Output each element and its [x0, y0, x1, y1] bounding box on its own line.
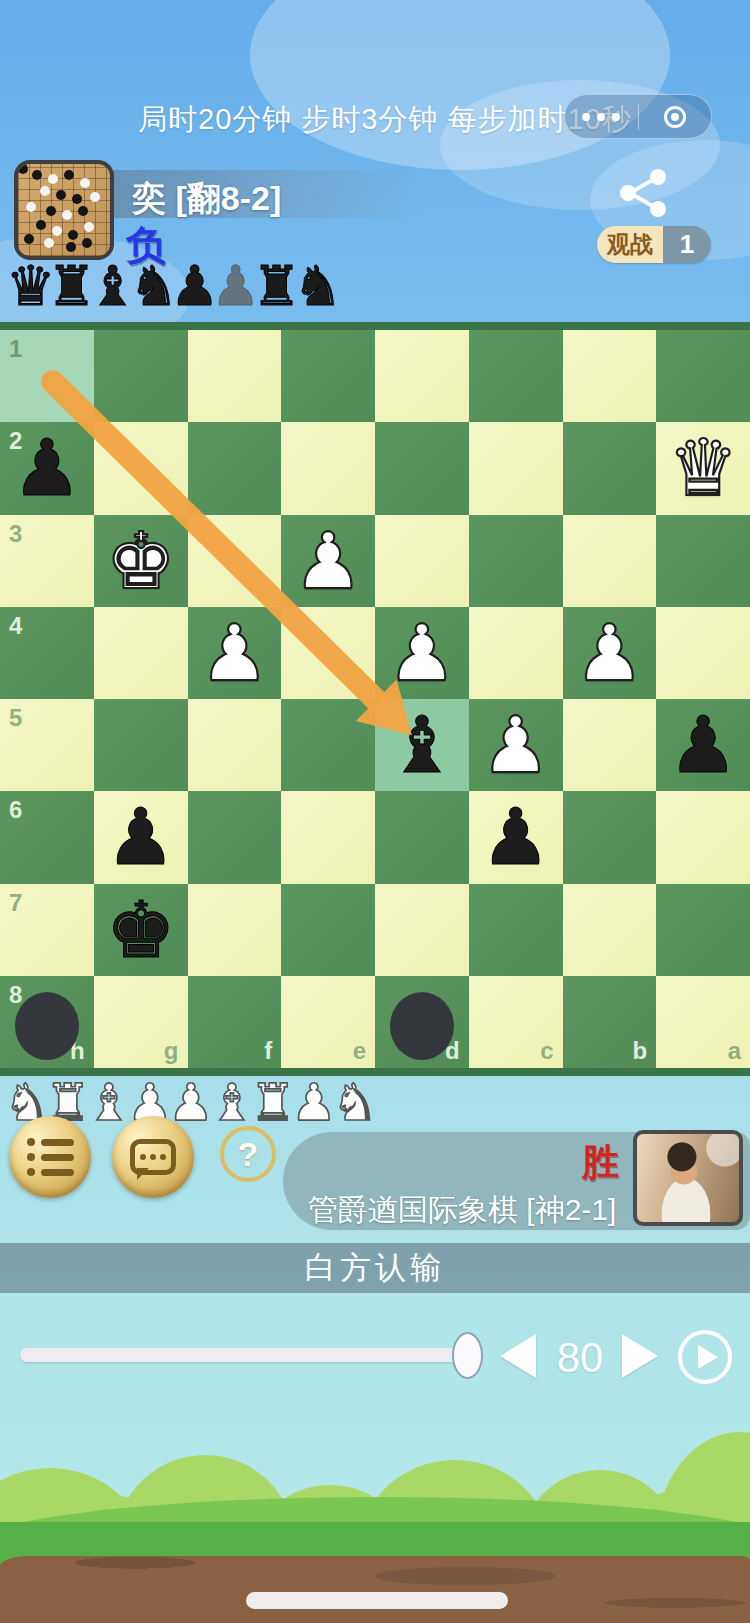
square-h2[interactable]: 2♟ [0, 422, 94, 514]
square-a6[interactable] [656, 791, 750, 883]
square-d3[interactable] [375, 515, 469, 607]
autoplay-button[interactable] [678, 1330, 732, 1384]
square-g3[interactable]: ♚ [94, 515, 188, 607]
square-a8[interactable]: a [656, 976, 750, 1068]
square-f8[interactable]: f [188, 976, 282, 1068]
square-e2[interactable] [281, 422, 375, 514]
time-control-text: 局时20分钟 步时3分钟 每步加时10秒 [138, 100, 632, 140]
file-label-e: e [353, 1037, 366, 1065]
square-a7[interactable] [656, 884, 750, 976]
rank-label-3: 3 [9, 520, 22, 548]
ground [0, 1556, 750, 1623]
piece-wk-g3[interactable]: ♚ [94, 515, 188, 607]
square-a5[interactable]: ♟ [656, 699, 750, 791]
captured-piece-p-faded: ♟ [211, 259, 252, 314]
move-slider-track[interactable] [20, 1348, 464, 1362]
captured-piece-q: ♛ [6, 259, 47, 314]
move-slider-handle[interactable] [452, 1332, 483, 1379]
square-e4[interactable] [281, 607, 375, 699]
game-result-banner: 白方认输 [0, 1243, 750, 1293]
square-a3[interactable] [656, 515, 750, 607]
file-label-f: f [264, 1037, 272, 1065]
captured-piece-n: ♞ [332, 1077, 373, 1128]
bottom-player-avatar[interactable] [633, 1130, 743, 1226]
piece-bp-h2[interactable]: ♟ [0, 422, 94, 514]
piece-bp-a5[interactable]: ♟ [656, 699, 750, 791]
square-b1[interactable] [563, 330, 657, 422]
square-b7[interactable] [563, 884, 657, 976]
square-c4[interactable] [469, 607, 563, 699]
square-d7[interactable] [375, 884, 469, 976]
square-b4[interactable]: ♟ [563, 607, 657, 699]
square-b2[interactable] [563, 422, 657, 514]
piece-wp-f4[interactable]: ♟ [188, 607, 282, 699]
square-f2[interactable] [188, 422, 282, 514]
square-c6[interactable]: ♟ [469, 791, 563, 883]
captured-piece-p: ♟ [168, 1077, 209, 1128]
facedown-piece-d8[interactable] [390, 992, 454, 1060]
previous-move-button[interactable] [500, 1334, 536, 1378]
square-b3[interactable] [563, 515, 657, 607]
bottom-player-result-badge: 胜 [582, 1138, 619, 1188]
square-e1[interactable] [281, 330, 375, 422]
top-player-avatar[interactable] [14, 160, 114, 260]
square-g2[interactable] [94, 422, 188, 514]
square-a1[interactable] [656, 330, 750, 422]
piece-bp-c6[interactable]: ♟ [469, 791, 563, 883]
play-icon [698, 1345, 718, 1369]
captured-piece-b: ♝ [88, 259, 129, 314]
captured-piece-p: ♟ [291, 1077, 332, 1128]
wechat-capsule [564, 94, 712, 139]
square-h3[interactable]: 3 [0, 515, 94, 607]
square-e7[interactable] [281, 884, 375, 976]
captured-black-pieces-tray: ♛♜♝♞♟♟♜♞ [6, 258, 334, 314]
spectate-label: 观战 [597, 226, 663, 263]
chat-bubble-icon [130, 1139, 176, 1175]
rank-label-5: 5 [9, 704, 22, 732]
file-label-a: a [728, 1037, 741, 1065]
piece-bp-g6[interactable]: ♟ [94, 791, 188, 883]
minimize-target-icon[interactable] [639, 106, 712, 128]
square-c2[interactable] [469, 422, 563, 514]
piece-bk-g7[interactable]: ♚ [94, 884, 188, 976]
square-h4[interactable]: 4 [0, 607, 94, 699]
square-f3[interactable] [188, 515, 282, 607]
captured-piece-n: ♞ [129, 259, 170, 314]
square-f6[interactable] [188, 791, 282, 883]
square-d6[interactable] [375, 791, 469, 883]
bottom-player-name: 管爵遒国际象棋 [神2-1] [308, 1190, 616, 1231]
square-e8[interactable]: e [281, 976, 375, 1068]
file-label-g: g [164, 1037, 179, 1065]
square-h5[interactable]: 5 [0, 699, 94, 791]
square-d2[interactable] [375, 422, 469, 514]
square-h6[interactable]: 6 [0, 791, 94, 883]
square-g5[interactable] [94, 699, 188, 791]
rank-label-7: 7 [9, 889, 22, 917]
captured-piece-p: ♟ [170, 259, 211, 314]
piece-wp-e3[interactable]: ♟ [281, 515, 375, 607]
square-d4[interactable]: ♟ [375, 607, 469, 699]
more-dots-icon[interactable] [565, 113, 638, 121]
square-g7[interactable]: ♚ [94, 884, 188, 976]
captured-piece-n: ♞ [293, 259, 334, 314]
square-d8[interactable]: d [375, 976, 469, 1068]
square-b6[interactable] [563, 791, 657, 883]
help-button[interactable]: ? [220, 1126, 276, 1182]
captured-piece-b: ♝ [209, 1077, 250, 1128]
square-a4[interactable] [656, 607, 750, 699]
square-c7[interactable] [469, 884, 563, 976]
rank-label-4: 4 [9, 612, 22, 640]
square-d5[interactable]: ♝ [375, 699, 469, 791]
facedown-piece-h8[interactable] [15, 992, 79, 1060]
piece-wp-c5[interactable]: ♟ [469, 699, 563, 791]
spectate-pill[interactable]: 观战 1 [597, 226, 711, 263]
square-c3[interactable] [469, 515, 563, 607]
rank-label-1: 1 [9, 335, 22, 363]
captured-piece-r: ♜ [47, 259, 88, 314]
spectate-count: 1 [663, 226, 711, 263]
square-g4[interactable] [94, 607, 188, 699]
piece-bb-d5[interactable]: ♝ [375, 699, 469, 791]
home-indicator [246, 1592, 508, 1609]
file-label-c: c [540, 1037, 553, 1065]
square-f7[interactable] [188, 884, 282, 976]
piece-wq-a2[interactable]: ♛ [656, 422, 750, 514]
captured-piece-r: ♜ [250, 1077, 291, 1128]
square-h7[interactable]: 7 [0, 884, 94, 976]
square-e6[interactable] [281, 791, 375, 883]
next-move-button[interactable] [622, 1334, 658, 1378]
square-g8[interactable]: g [94, 976, 188, 1068]
chess-board[interactable]: 12♟♛3♚♟4♟♟♟5♝♟♟6♟♟7♚8hgfedcba [0, 330, 750, 1068]
chess-board-frame: 12♟♛3♚♟4♟♟♟5♝♟♟6♟♟7♚8hgfedcba [0, 322, 750, 1076]
square-f1[interactable] [188, 330, 282, 422]
square-a2[interactable]: ♛ [656, 422, 750, 514]
square-c1[interactable] [469, 330, 563, 422]
square-f4[interactable]: ♟ [188, 607, 282, 699]
square-e3[interactable]: ♟ [281, 515, 375, 607]
file-label-b: b [633, 1037, 648, 1065]
menu-button[interactable] [9, 1116, 91, 1198]
top-player-name: 奕 [翻8-2] [132, 176, 281, 222]
captured-piece-b: ♝ [86, 1077, 127, 1128]
captured-piece-r: ♜ [252, 259, 293, 314]
square-g1[interactable] [94, 330, 188, 422]
square-h1[interactable]: 1 [0, 330, 94, 422]
square-f5[interactable] [188, 699, 282, 791]
rank-label-6: 6 [9, 796, 22, 824]
piece-wp-d4[interactable]: ♟ [375, 607, 469, 699]
square-g6[interactable]: ♟ [94, 791, 188, 883]
square-c5[interactable]: ♟ [469, 699, 563, 791]
menu-list-icon [27, 1138, 74, 1176]
chat-button[interactable] [112, 1116, 194, 1198]
square-c8[interactable]: c [469, 976, 563, 1068]
move-number: 80 [546, 1334, 614, 1382]
square-e5[interactable] [281, 699, 375, 791]
square-b5[interactable] [563, 699, 657, 791]
square-d1[interactable] [375, 330, 469, 422]
share-icon[interactable] [616, 168, 672, 218]
piece-wp-b4[interactable]: ♟ [563, 607, 657, 699]
square-h8[interactable]: 8h [0, 976, 94, 1068]
app-screen: 局时20分钟 步时3分钟 每步加时10秒 奕 [翻8-2] 负 观战 1 ♛♜♝… [0, 0, 750, 1623]
square-b8[interactable]: b [563, 976, 657, 1068]
